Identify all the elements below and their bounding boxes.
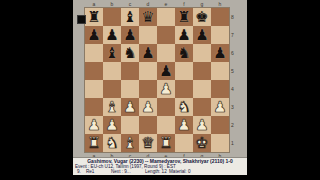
piece-white-pawn: ♟ bbox=[193, 116, 211, 134]
piece-white-pawn: ♟ bbox=[157, 80, 175, 98]
piece-black-pawn: ♟ bbox=[175, 26, 193, 44]
square-a3[interactable] bbox=[85, 98, 103, 116]
rank-label-2: 2 bbox=[231, 116, 239, 134]
rank-label-7: 7 bbox=[231, 26, 239, 44]
square-f5[interactable] bbox=[175, 62, 193, 80]
last-move-number: 9. bbox=[77, 169, 81, 174]
square-f4[interactable] bbox=[175, 80, 193, 98]
square-e8[interactable] bbox=[157, 8, 175, 26]
last-move: Re1 bbox=[86, 169, 94, 174]
square-d2[interactable] bbox=[139, 116, 157, 134]
piece-black-pawn: ♟ bbox=[103, 26, 121, 44]
square-a2[interactable]: ♟ bbox=[85, 116, 103, 134]
square-b1[interactable]: ♞ bbox=[103, 134, 121, 152]
square-c5[interactable] bbox=[121, 62, 139, 80]
square-h6[interactable]: ♟ bbox=[211, 44, 229, 62]
piece-black-queen: ♛ bbox=[139, 8, 157, 26]
square-g3[interactable] bbox=[193, 98, 211, 116]
square-g5[interactable] bbox=[193, 62, 211, 80]
square-e3[interactable] bbox=[157, 98, 175, 116]
piece-white-pawn: ♟ bbox=[85, 116, 103, 134]
square-d1[interactable]: ♛ bbox=[139, 134, 157, 152]
square-a4[interactable] bbox=[85, 80, 103, 98]
square-b5[interactable] bbox=[103, 62, 121, 80]
square-c6[interactable]: ♞ bbox=[121, 44, 139, 62]
square-g8[interactable]: ♚ bbox=[193, 8, 211, 26]
square-d5[interactable] bbox=[139, 62, 157, 80]
rank-label-3: 3 bbox=[231, 98, 239, 116]
rank-label-1: 1 bbox=[231, 134, 239, 152]
square-e2[interactable] bbox=[157, 116, 175, 134]
piece-white-king: ♚ bbox=[193, 134, 211, 152]
square-d8[interactable]: ♛ bbox=[139, 8, 157, 26]
square-a8[interactable]: ♜ bbox=[85, 8, 103, 26]
video-frame: abcdefgh ♜♝♛♜♚♟♟♟♟♟♝♞♟♞♟♟♟♝♟♟♞♟♟♟♟♟♜♞♝♛♜… bbox=[0, 0, 320, 180]
piece-black-knight: ♞ bbox=[121, 44, 139, 62]
square-f2[interactable]: ♟ bbox=[175, 116, 193, 134]
file-labels-top: abcdefgh bbox=[85, 1, 229, 7]
square-g1[interactable]: ♚ bbox=[193, 134, 211, 152]
square-d3[interactable]: ♟ bbox=[139, 98, 157, 116]
square-g4[interactable] bbox=[193, 80, 211, 98]
caption-panel: Gashimov, Vugar (2230) -- Mamedyarov, Sh… bbox=[73, 157, 247, 175]
square-a6[interactable] bbox=[85, 44, 103, 62]
next-move-label: Next : 9... bbox=[111, 169, 131, 174]
square-c7[interactable]: ♟ bbox=[121, 26, 139, 44]
piece-white-bishop: ♝ bbox=[103, 98, 121, 116]
square-c2[interactable] bbox=[121, 116, 139, 134]
material-balance-label: Material: 0 bbox=[169, 169, 190, 174]
square-h7[interactable] bbox=[211, 26, 229, 44]
piece-white-pawn: ♟ bbox=[175, 116, 193, 134]
piece-black-pawn: ♟ bbox=[139, 44, 157, 62]
rank-label-5: 5 bbox=[231, 62, 239, 80]
square-b4[interactable] bbox=[103, 80, 121, 98]
file-label-e: e bbox=[157, 1, 175, 7]
square-h4[interactable] bbox=[211, 80, 229, 98]
square-b8[interactable] bbox=[103, 8, 121, 26]
square-e5[interactable]: ♟ bbox=[157, 62, 175, 80]
square-f6[interactable]: ♞ bbox=[175, 44, 193, 62]
square-a7[interactable]: ♟ bbox=[85, 26, 103, 44]
square-a5[interactable] bbox=[85, 62, 103, 80]
chess-app-window: abcdefgh ♜♝♛♜♚♟♟♟♟♟♝♞♟♞♟♟♟♝♟♟♞♟♟♟♟♟♜♞♝♛♜… bbox=[73, 0, 247, 174]
piece-white-knight: ♞ bbox=[175, 98, 193, 116]
square-c1[interactable]: ♝ bbox=[121, 134, 139, 152]
square-f3[interactable]: ♞ bbox=[175, 98, 193, 116]
file-label-b: b bbox=[103, 1, 121, 7]
square-e7[interactable] bbox=[157, 26, 175, 44]
square-c4[interactable] bbox=[121, 80, 139, 98]
piece-black-rook: ♜ bbox=[175, 8, 193, 26]
piece-black-pawn: ♟ bbox=[157, 62, 175, 80]
file-label-h: h bbox=[211, 1, 229, 7]
square-a1[interactable]: ♜ bbox=[85, 134, 103, 152]
black-to-move-indicator bbox=[77, 15, 86, 24]
piece-black-king: ♚ bbox=[193, 8, 211, 26]
square-e1[interactable]: ♜ bbox=[157, 134, 175, 152]
square-d6[interactable]: ♟ bbox=[139, 44, 157, 62]
piece-white-queen: ♛ bbox=[139, 134, 157, 152]
square-b6[interactable]: ♝ bbox=[103, 44, 121, 62]
square-e4[interactable]: ♟ bbox=[157, 80, 175, 98]
chess-board: ♜♝♛♜♚♟♟♟♟♟♝♞♟♞♟♟♟♝♟♟♞♟♟♟♟♟♜♞♝♛♜♚ bbox=[85, 8, 229, 152]
file-label-c: c bbox=[121, 1, 139, 7]
square-d4[interactable] bbox=[139, 80, 157, 98]
square-h1[interactable] bbox=[211, 134, 229, 152]
piece-white-pawn: ♟ bbox=[103, 116, 121, 134]
rank-label-6: 6 bbox=[231, 44, 239, 62]
square-d7[interactable] bbox=[139, 26, 157, 44]
square-f1[interactable] bbox=[175, 134, 193, 152]
square-b3[interactable]: ♝ bbox=[103, 98, 121, 116]
piece-black-rook: ♜ bbox=[85, 8, 103, 26]
square-h5[interactable] bbox=[211, 62, 229, 80]
rank-label-8: 8 bbox=[231, 8, 239, 26]
piece-black-bishop: ♝ bbox=[121, 8, 139, 26]
rank-label-4: 4 bbox=[231, 80, 239, 98]
piece-white-rook: ♜ bbox=[85, 134, 103, 152]
square-h8[interactable] bbox=[211, 8, 229, 26]
square-c3[interactable]: ♟ bbox=[121, 98, 139, 116]
square-b7[interactable]: ♟ bbox=[103, 26, 121, 44]
game-length-label: Length: 12 bbox=[145, 169, 167, 174]
file-label-g: g bbox=[193, 1, 211, 7]
square-g7[interactable]: ♟ bbox=[193, 26, 211, 44]
file-label-a: a bbox=[85, 1, 103, 7]
piece-black-pawn: ♟ bbox=[85, 26, 103, 44]
square-g2[interactable]: ♟ bbox=[193, 116, 211, 134]
square-c8[interactable]: ♝ bbox=[121, 8, 139, 26]
piece-white-pawn: ♟ bbox=[139, 98, 157, 116]
file-label-f: f bbox=[175, 1, 193, 7]
square-f7[interactable]: ♟ bbox=[175, 26, 193, 44]
square-h3[interactable]: ♟ bbox=[211, 98, 229, 116]
piece-white-pawn: ♟ bbox=[211, 98, 229, 116]
piece-black-pawn: ♟ bbox=[193, 26, 211, 44]
piece-white-rook: ♜ bbox=[157, 134, 175, 152]
file-label-d: d bbox=[139, 1, 157, 7]
piece-white-pawn: ♟ bbox=[121, 98, 139, 116]
piece-white-bishop: ♝ bbox=[121, 134, 139, 152]
square-f8[interactable]: ♜ bbox=[175, 8, 193, 26]
piece-white-knight: ♞ bbox=[103, 134, 121, 152]
rank-labels-right: 87654321 bbox=[231, 8, 239, 152]
piece-black-knight: ♞ bbox=[175, 44, 193, 62]
piece-black-pawn: ♟ bbox=[211, 44, 229, 62]
piece-black-bishop: ♝ bbox=[103, 44, 121, 62]
square-g6[interactable] bbox=[193, 44, 211, 62]
square-e6[interactable] bbox=[157, 44, 175, 62]
square-h2[interactable] bbox=[211, 116, 229, 134]
piece-black-pawn: ♟ bbox=[121, 26, 139, 44]
square-b2[interactable]: ♟ bbox=[103, 116, 121, 134]
